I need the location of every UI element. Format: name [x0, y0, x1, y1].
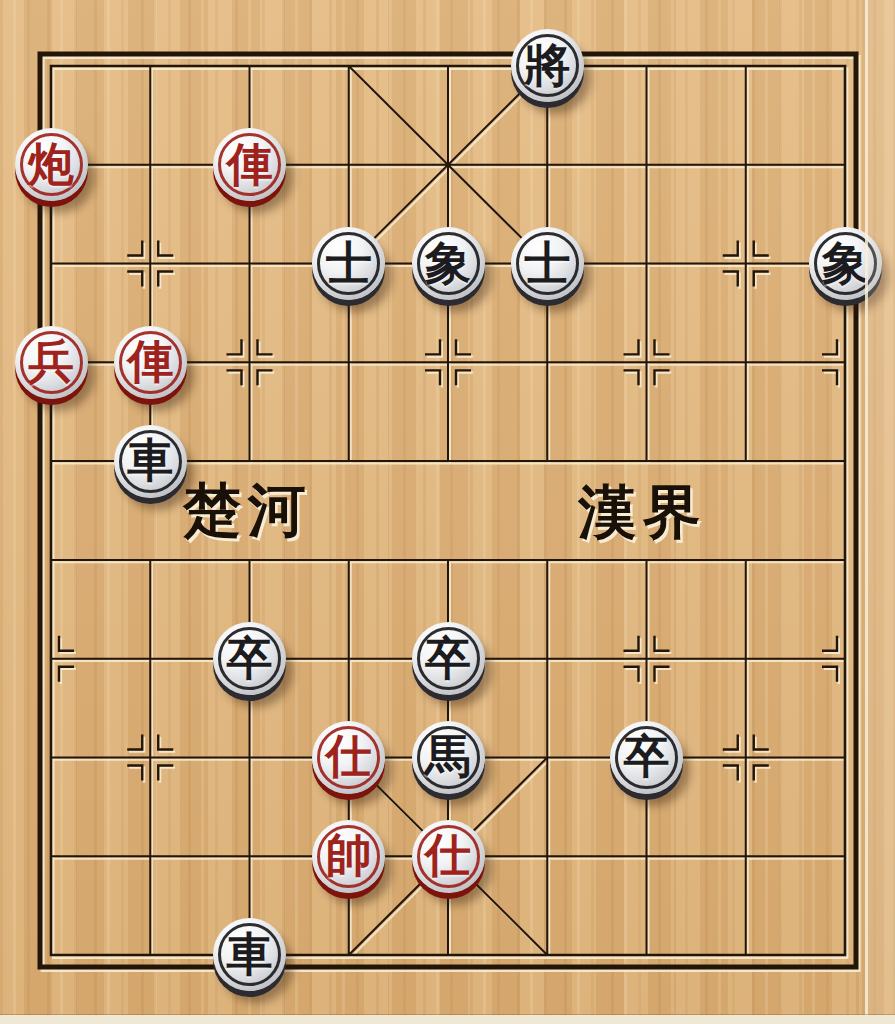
intersection-f2[interactable]: 士	[498, 214, 597, 313]
board-edge-highlight	[865, 0, 868, 1016]
intersection-d4[interactable]	[299, 412, 398, 511]
intersection-e5[interactable]	[398, 510, 497, 609]
piece-red-advisor[interactable]: 仕	[412, 820, 485, 893]
piece-red-chariot[interactable]: 俥	[213, 128, 286, 201]
intersection-g6[interactable]	[597, 609, 696, 708]
intersection-e7[interactable]: 馬	[398, 708, 497, 807]
intersection-b2[interactable]	[101, 214, 200, 313]
table-edge-bottom	[0, 1015, 895, 1024]
intersection-c0[interactable]	[200, 17, 299, 116]
intersection-c4[interactable]	[200, 412, 299, 511]
intersection-c9[interactable]: 車	[200, 906, 299, 1005]
intersection-f1[interactable]	[498, 115, 597, 214]
intersection-b3[interactable]: 俥	[101, 313, 200, 412]
piece-glyph: 馬	[425, 733, 471, 779]
board-intersections: 將炮俥士象士象兵俥車卒卒仕馬卒帥仕車	[1, 17, 894, 1005]
intersection-d5[interactable]	[299, 510, 398, 609]
intersection-f9[interactable]	[498, 906, 597, 1005]
intersection-a6[interactable]	[1, 609, 100, 708]
piece-red-general[interactable]: 帥	[312, 820, 385, 893]
piece-red-chariot[interactable]: 俥	[114, 326, 187, 399]
intersection-a7[interactable]	[1, 708, 100, 807]
intersection-a9[interactable]	[1, 906, 100, 1005]
piece-red-advisor[interactable]: 仕	[312, 721, 385, 794]
piece-glyph: 帥	[326, 832, 372, 878]
intersection-h3[interactable]	[696, 313, 795, 412]
intersection-g8[interactable]	[597, 807, 696, 906]
piece-glyph: 卒	[624, 733, 670, 779]
piece-glyph: 卒	[425, 635, 471, 681]
intersection-d6[interactable]	[299, 609, 398, 708]
piece-glyph: 兵	[28, 338, 74, 384]
intersection-d3[interactable]	[299, 313, 398, 412]
intersection-d9[interactable]	[299, 906, 398, 1005]
intersection-h6[interactable]	[696, 609, 795, 708]
intersection-h7[interactable]	[696, 708, 795, 807]
intersection-f6[interactable]	[498, 609, 597, 708]
intersection-c5[interactable]	[200, 510, 299, 609]
piece-glyph: 將	[524, 42, 570, 88]
piece-black-soldier[interactable]: 卒	[610, 721, 683, 794]
intersection-g3[interactable]	[597, 313, 696, 412]
intersection-g4[interactable]	[597, 412, 696, 511]
xiangqi-table: 楚河 漢界 將炮俥士象士象兵俥車卒卒仕馬卒帥仕車	[0, 0, 895, 1024]
intersection-a3[interactable]: 兵	[1, 313, 100, 412]
piece-black-chariot[interactable]: 車	[114, 425, 187, 498]
intersection-d2[interactable]: 士	[299, 214, 398, 313]
board-edge-band	[868, 0, 895, 1016]
piece-glyph: 俥	[227, 141, 273, 187]
intersection-h9[interactable]	[696, 906, 795, 1005]
piece-black-elephant[interactable]: 象	[412, 227, 485, 300]
intersection-f8[interactable]	[498, 807, 597, 906]
intersection-e1[interactable]	[398, 115, 497, 214]
intersection-e3[interactable]	[398, 313, 497, 412]
intersection-d0[interactable]	[299, 17, 398, 116]
intersection-c7[interactable]	[200, 708, 299, 807]
piece-black-horse[interactable]: 馬	[412, 721, 485, 794]
intersection-g0[interactable]	[597, 17, 696, 116]
intersection-h2[interactable]	[696, 214, 795, 313]
piece-glyph: 卒	[227, 635, 273, 681]
intersection-b1[interactable]	[101, 115, 200, 214]
intersection-f0[interactable]: 將	[498, 17, 597, 116]
intersection-a4[interactable]	[1, 412, 100, 511]
intersection-b8[interactable]	[101, 807, 200, 906]
intersection-f3[interactable]	[498, 313, 597, 412]
intersection-c2[interactable]	[200, 214, 299, 313]
piece-black-advisor[interactable]: 士	[312, 227, 385, 300]
piece-black-general[interactable]: 將	[511, 29, 584, 102]
piece-glyph: 俥	[127, 338, 173, 384]
intersection-e0[interactable]	[398, 17, 497, 116]
piece-glyph: 炮	[28, 141, 74, 187]
intersection-a8[interactable]	[1, 807, 100, 906]
intersection-h4[interactable]	[696, 412, 795, 511]
intersection-d7[interactable]: 仕	[299, 708, 398, 807]
intersection-c8[interactable]	[200, 807, 299, 906]
intersection-g5[interactable]	[597, 510, 696, 609]
intersection-h1[interactable]	[696, 115, 795, 214]
intersection-b7[interactable]	[101, 708, 200, 807]
intersection-a2[interactable]	[1, 214, 100, 313]
piece-glyph: 象	[822, 240, 868, 286]
piece-glyph: 車	[127, 437, 173, 483]
piece-red-cannon[interactable]: 炮	[15, 128, 88, 201]
intersection-f4[interactable]	[498, 412, 597, 511]
intersection-e2[interactable]: 象	[398, 214, 497, 313]
intersection-f7[interactable]	[498, 708, 597, 807]
intersection-b6[interactable]	[101, 609, 200, 708]
intersection-e4[interactable]	[398, 412, 497, 511]
piece-black-chariot[interactable]: 車	[213, 918, 286, 991]
intersection-g9[interactable]	[597, 906, 696, 1005]
piece-glyph: 仕	[326, 733, 372, 779]
piece-glyph: 車	[227, 931, 273, 977]
intersection-g7[interactable]: 卒	[597, 708, 696, 807]
intersection-g1[interactable]	[597, 115, 696, 214]
intersection-a5[interactable]	[1, 510, 100, 609]
intersection-b0[interactable]	[101, 17, 200, 116]
piece-glyph: 士	[524, 240, 570, 286]
piece-black-advisor[interactable]: 士	[511, 227, 584, 300]
intersection-e8[interactable]: 仕	[398, 807, 497, 906]
piece-black-soldier[interactable]: 卒	[412, 622, 485, 695]
intersection-d1[interactable]	[299, 115, 398, 214]
piece-black-soldier[interactable]: 卒	[213, 622, 286, 695]
piece-red-soldier[interactable]: 兵	[15, 326, 88, 399]
intersection-h0[interactable]	[696, 17, 795, 116]
intersection-a1[interactable]: 炮	[1, 115, 100, 214]
intersection-c1[interactable]: 俥	[200, 115, 299, 214]
intersection-c3[interactable]	[200, 313, 299, 412]
intersection-b9[interactable]	[101, 906, 200, 1005]
piece-glyph: 仕	[425, 832, 471, 878]
intersection-a0[interactable]	[1, 17, 100, 116]
piece-glyph: 象	[425, 240, 471, 286]
intersection-b5[interactable]	[101, 510, 200, 609]
intersection-f5[interactable]	[498, 510, 597, 609]
intersection-g2[interactable]	[597, 214, 696, 313]
piece-glyph: 士	[326, 240, 372, 286]
intersection-h5[interactable]	[696, 510, 795, 609]
intersection-c6[interactable]: 卒	[200, 609, 299, 708]
intersection-e9[interactable]	[398, 906, 497, 1005]
intersection-e6[interactable]: 卒	[398, 609, 497, 708]
intersection-b4[interactable]: 車	[101, 412, 200, 511]
intersection-h8[interactable]	[696, 807, 795, 906]
intersection-d8[interactable]: 帥	[299, 807, 398, 906]
